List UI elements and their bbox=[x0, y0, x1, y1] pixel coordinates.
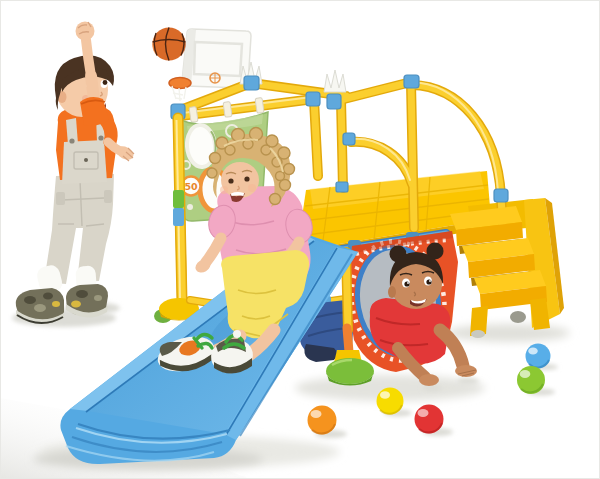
stairs-wheel bbox=[510, 311, 526, 323]
boy-shoe-right bbox=[66, 284, 108, 318]
toddler-hand-left bbox=[419, 374, 439, 386]
ball-orange bbox=[308, 406, 337, 435]
pole-green-segment bbox=[173, 190, 184, 208]
boy-shoe-left bbox=[16, 288, 64, 324]
ball-green bbox=[517, 366, 545, 394]
product-photo: 50 bbox=[0, 0, 600, 479]
basketball bbox=[152, 28, 185, 61]
boy-overalls-bib bbox=[62, 140, 107, 184]
pole-orange-segment bbox=[347, 328, 349, 352]
badge-50-text: 50 bbox=[184, 181, 198, 192]
ball-blue bbox=[526, 344, 551, 369]
ball-yellow bbox=[377, 388, 404, 415]
pole-blue-segment bbox=[173, 208, 184, 226]
ball-red bbox=[415, 405, 444, 434]
green-base-foot bbox=[326, 358, 374, 384]
scene: 50 bbox=[0, 0, 600, 479]
toddler-head bbox=[388, 243, 444, 310]
